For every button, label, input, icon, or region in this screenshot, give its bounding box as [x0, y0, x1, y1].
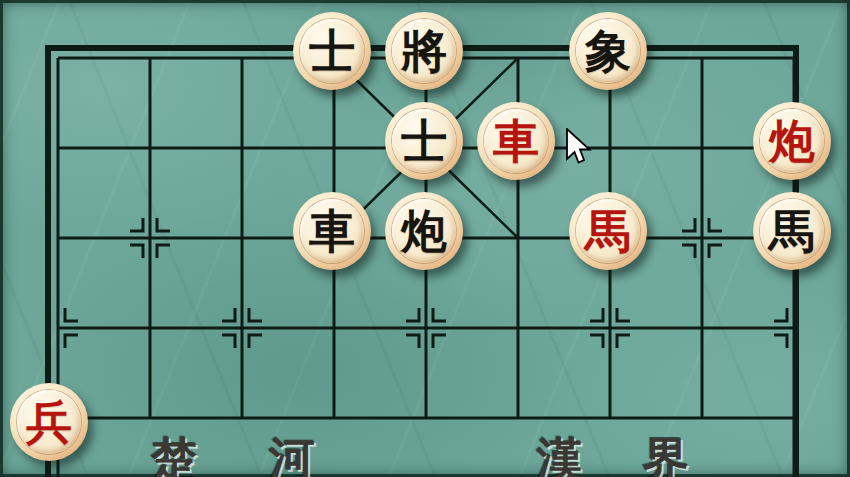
mouse-cursor-icon — [566, 128, 596, 170]
piece-red-chariot[interactable]: 車 — [477, 102, 555, 180]
piece-black-advisor-back[interactable]: 士 — [293, 12, 371, 90]
piece-character: 車 — [309, 208, 355, 254]
piece-black-chariot[interactable]: 車 — [293, 192, 371, 270]
piece-black-horse[interactable]: 馬 — [753, 192, 831, 270]
piece-character: 馬 — [769, 208, 815, 254]
river-char-han: 漢 — [537, 436, 583, 477]
piece-character: 車 — [493, 118, 539, 164]
river-char-chu: 楚 — [151, 436, 197, 477]
piece-black-general[interactable]: 將 — [385, 12, 463, 90]
piece-black-elephant[interactable]: 象 — [569, 12, 647, 90]
piece-black-advisor-center[interactable]: 士 — [385, 102, 463, 180]
piece-character: 將 — [401, 28, 447, 74]
piece-character: 兵 — [26, 399, 72, 445]
piece-character: 炮 — [769, 118, 815, 164]
piece-red-horse[interactable]: 馬 — [569, 192, 647, 270]
piece-red-soldier[interactable]: 兵 — [10, 383, 88, 461]
xiangqi-screenshot: 士將象士車炮車炮馬馬兵 楚 河 漢 界 — [0, 0, 850, 477]
piece-red-cannon[interactable]: 炮 — [753, 102, 831, 180]
piece-character: 馬 — [585, 208, 631, 254]
piece-character: 炮 — [401, 208, 447, 254]
river-char-jie: 界 — [643, 436, 689, 477]
piece-character: 象 — [585, 28, 631, 74]
river-char-he: 河 — [269, 436, 315, 477]
piece-character: 士 — [309, 28, 355, 74]
piece-character: 士 — [401, 118, 447, 164]
piece-black-cannon[interactable]: 炮 — [385, 192, 463, 270]
